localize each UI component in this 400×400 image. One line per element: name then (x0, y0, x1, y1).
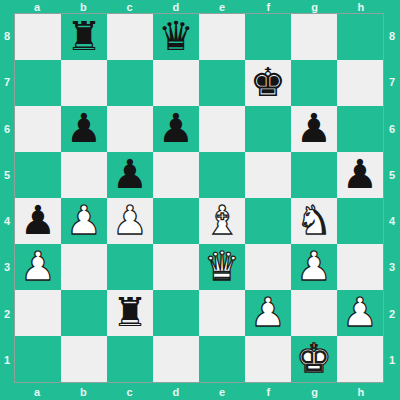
square-g6[interactable]: ♟ (291, 106, 337, 152)
piece-white-pawn[interactable]: ♟ (66, 200, 102, 240)
square-a6[interactable] (15, 106, 61, 152)
rank-label: 5 (0, 152, 14, 198)
square-f3[interactable] (245, 244, 291, 290)
file-label: a (14, 0, 60, 13)
file-label: c (107, 384, 153, 400)
square-a4[interactable]: ♟ (15, 198, 61, 244)
piece-white-king[interactable]: ♚ (296, 338, 332, 378)
square-e4[interactable]: ♝ (199, 198, 245, 244)
file-label: d (153, 384, 199, 400)
file-label: f (245, 384, 291, 400)
piece-black-pawn[interactable]: ♟ (66, 108, 102, 148)
square-d8[interactable]: ♛ (153, 14, 199, 60)
square-h2[interactable]: ♟ (337, 290, 383, 336)
square-c1[interactable] (107, 336, 153, 382)
piece-black-pawn[interactable]: ♟ (20, 200, 56, 240)
square-g8[interactable] (291, 14, 337, 60)
square-c3[interactable] (107, 244, 153, 290)
square-h1[interactable] (337, 336, 383, 382)
square-f7[interactable]: ♚ (245, 60, 291, 106)
file-label: a (14, 384, 60, 400)
file-label: b (60, 0, 106, 13)
square-f1[interactable] (245, 336, 291, 382)
square-d5[interactable] (153, 152, 199, 198)
square-h4[interactable] (337, 198, 383, 244)
square-c2[interactable]: ♜ (107, 290, 153, 336)
file-labels-top: abcdefgh (14, 0, 384, 13)
square-c5[interactable]: ♟ (107, 152, 153, 198)
square-f4[interactable] (245, 198, 291, 244)
piece-white-pawn[interactable]: ♟ (250, 292, 286, 332)
square-h7[interactable] (337, 60, 383, 106)
chess-board: ♜♛♚♟♟♟♟♟♟♟♟♝♞♟♛♟♜♟♟♚ (14, 13, 384, 383)
piece-black-pawn[interactable]: ♟ (158, 108, 194, 148)
square-g4[interactable]: ♞ (291, 198, 337, 244)
rank-label: 1 (384, 337, 400, 383)
piece-black-pawn[interactable]: ♟ (296, 108, 332, 148)
square-b1[interactable] (61, 336, 107, 382)
piece-black-pawn[interactable]: ♟ (112, 154, 148, 194)
piece-black-pawn[interactable]: ♟ (342, 154, 378, 194)
rank-label: 2 (384, 291, 400, 337)
file-label: e (199, 0, 245, 13)
file-label: h (338, 0, 384, 13)
piece-white-knight[interactable]: ♞ (296, 200, 332, 240)
rank-label: 5 (384, 152, 400, 198)
rank-labels-left: 87654321 (0, 13, 14, 383)
file-label: c (107, 0, 153, 13)
rank-label: 3 (384, 244, 400, 290)
square-d6[interactable]: ♟ (153, 106, 199, 152)
rank-label: 7 (0, 59, 14, 105)
square-e1[interactable] (199, 336, 245, 382)
square-b4[interactable]: ♟ (61, 198, 107, 244)
rank-label: 7 (384, 59, 400, 105)
square-c4[interactable]: ♟ (107, 198, 153, 244)
piece-black-rook[interactable]: ♜ (66, 16, 102, 56)
rank-label: 3 (0, 244, 14, 290)
rank-label: 4 (0, 198, 14, 244)
piece-white-queen[interactable]: ♛ (204, 246, 240, 286)
file-label: d (153, 0, 199, 13)
square-g3[interactable]: ♟ (291, 244, 337, 290)
piece-black-rook[interactable]: ♜ (112, 292, 148, 332)
piece-white-pawn[interactable]: ♟ (20, 246, 56, 286)
rank-label: 1 (0, 337, 14, 383)
piece-black-king[interactable]: ♚ (250, 62, 286, 102)
file-label: g (292, 384, 338, 400)
rank-label: 2 (0, 291, 14, 337)
square-f2[interactable]: ♟ (245, 290, 291, 336)
square-d1[interactable] (153, 336, 199, 382)
file-label: e (199, 384, 245, 400)
square-c8[interactable] (107, 14, 153, 60)
square-a3[interactable]: ♟ (15, 244, 61, 290)
square-f8[interactable] (245, 14, 291, 60)
square-e7[interactable] (199, 60, 245, 106)
square-b6[interactable]: ♟ (61, 106, 107, 152)
rank-label: 6 (384, 106, 400, 152)
square-f6[interactable] (245, 106, 291, 152)
square-b2[interactable] (61, 290, 107, 336)
square-h5[interactable]: ♟ (337, 152, 383, 198)
square-e8[interactable] (199, 14, 245, 60)
square-a2[interactable] (15, 290, 61, 336)
file-labels-bottom: abcdefgh (14, 384, 384, 400)
file-label: g (292, 0, 338, 13)
file-label: b (60, 384, 106, 400)
square-d4[interactable] (153, 198, 199, 244)
square-g2[interactable] (291, 290, 337, 336)
square-c6[interactable] (107, 106, 153, 152)
square-b3[interactable] (61, 244, 107, 290)
square-a7[interactable] (15, 60, 61, 106)
square-g1[interactable]: ♚ (291, 336, 337, 382)
square-h3[interactable] (337, 244, 383, 290)
square-h6[interactable] (337, 106, 383, 152)
square-e2[interactable] (199, 290, 245, 336)
rank-label: 6 (0, 106, 14, 152)
rank-labels-right: 87654321 (384, 13, 400, 383)
square-e6[interactable] (199, 106, 245, 152)
square-g7[interactable] (291, 60, 337, 106)
piece-white-pawn[interactable]: ♟ (342, 292, 378, 332)
piece-black-queen[interactable]: ♛ (158, 16, 194, 56)
square-e3[interactable]: ♛ (199, 244, 245, 290)
square-c7[interactable] (107, 60, 153, 106)
square-f5[interactable] (245, 152, 291, 198)
square-d3[interactable] (153, 244, 199, 290)
piece-white-pawn[interactable]: ♟ (112, 200, 148, 240)
square-b7[interactable] (61, 60, 107, 106)
file-label: h (338, 384, 384, 400)
square-e5[interactable] (199, 152, 245, 198)
piece-white-pawn[interactable]: ♟ (296, 246, 332, 286)
file-label: f (245, 0, 291, 13)
square-h8[interactable] (337, 14, 383, 60)
piece-white-bishop[interactable]: ♝ (204, 200, 240, 240)
rank-label: 8 (0, 13, 14, 59)
rank-label: 4 (384, 198, 400, 244)
square-g5[interactable] (291, 152, 337, 198)
square-b8[interactable]: ♜ (61, 14, 107, 60)
square-a1[interactable] (15, 336, 61, 382)
square-d2[interactable] (153, 290, 199, 336)
square-b5[interactable] (61, 152, 107, 198)
square-a5[interactable] (15, 152, 61, 198)
rank-label: 8 (384, 13, 400, 59)
square-d7[interactable] (153, 60, 199, 106)
square-a8[interactable] (15, 14, 61, 60)
